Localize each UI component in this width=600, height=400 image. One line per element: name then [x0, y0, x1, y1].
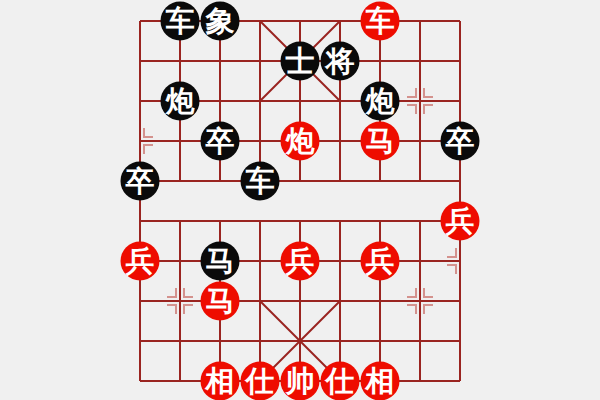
piece-red-general[interactable]: 帅: [281, 362, 320, 400]
piece-red-soldier[interactable]: 兵: [361, 242, 400, 281]
piece-red-cannon[interactable]: 炮: [281, 122, 320, 161]
screen: 车象车士将炮炮卒炮马卒卒车兵兵马兵兵马相仕帅仕相: [0, 0, 600, 400]
piece-red-rook[interactable]: 车: [361, 2, 400, 41]
piece-red-elephant[interactable]: 相: [201, 362, 240, 400]
piece-black-elephant[interactable]: 象: [201, 2, 240, 41]
piece-red-horse[interactable]: 马: [201, 282, 240, 321]
piece-black-cannon[interactable]: 炮: [361, 82, 400, 121]
piece-black-rook[interactable]: 车: [161, 2, 200, 41]
piece-black-general[interactable]: 将: [321, 42, 360, 81]
xiangqi-board[interactable]: 车象车士将炮炮卒炮马卒卒车兵兵马兵兵马相仕帅仕相: [120, 1, 480, 400]
piece-red-advisor[interactable]: 仕: [321, 362, 360, 400]
piece-red-soldier[interactable]: 兵: [441, 202, 480, 241]
piece-black-cannon[interactable]: 炮: [161, 82, 200, 121]
piece-red-advisor[interactable]: 仕: [241, 362, 280, 400]
piece-black-soldier[interactable]: 卒: [201, 122, 240, 161]
piece-black-horse[interactable]: 马: [201, 242, 240, 281]
piece-black-soldier[interactable]: 卒: [441, 122, 480, 161]
piece-red-horse[interactable]: 马: [361, 122, 400, 161]
piece-black-rook[interactable]: 车: [241, 162, 280, 201]
piece-red-soldier[interactable]: 兵: [281, 242, 320, 281]
piece-black-soldier[interactable]: 卒: [121, 162, 160, 201]
piece-red-soldier[interactable]: 兵: [121, 242, 160, 281]
piece-red-elephant[interactable]: 相: [361, 362, 400, 400]
piece-black-advisor[interactable]: 士: [281, 42, 320, 81]
